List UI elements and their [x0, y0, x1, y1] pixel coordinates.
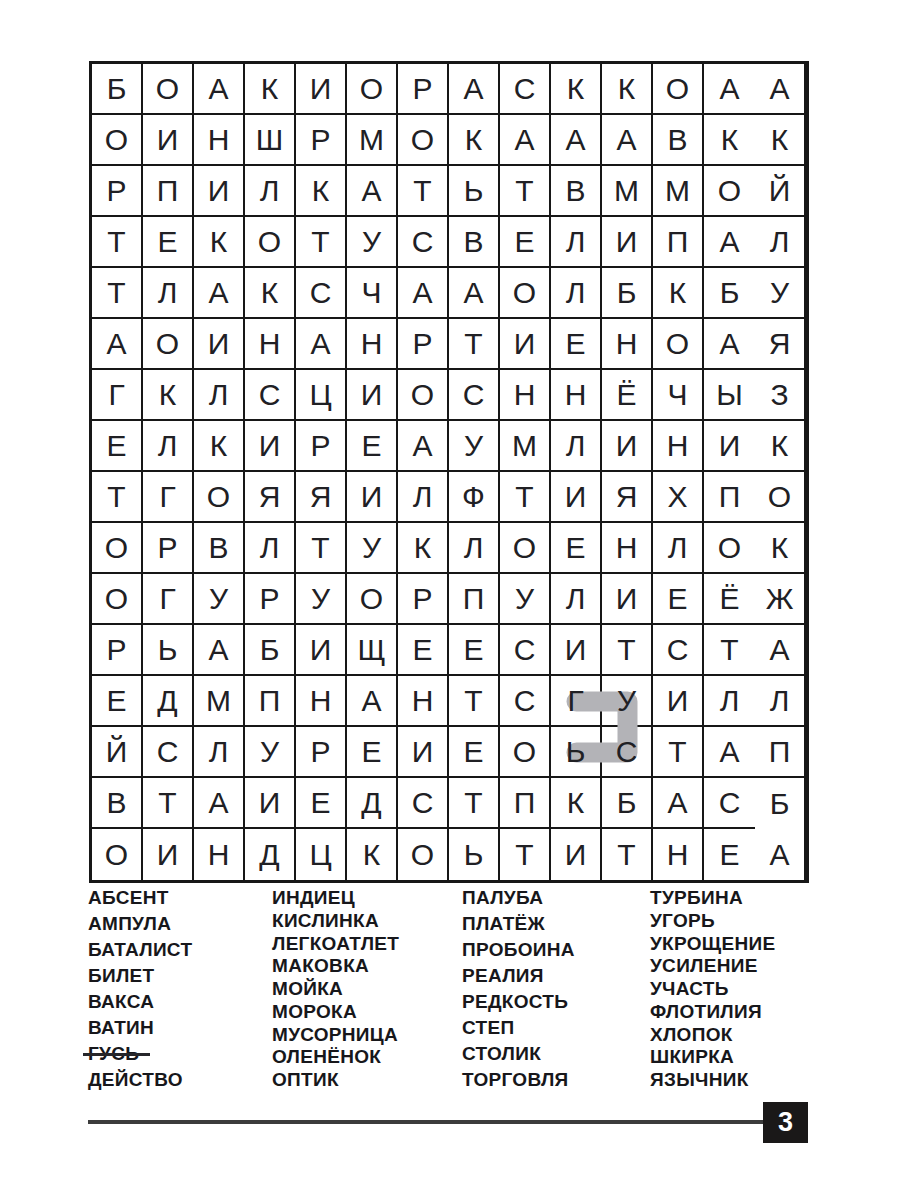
grid-cell-r6c8[interactable]: Т [449, 319, 500, 370]
grid-cell-r9c5[interactable]: Я [296, 472, 347, 523]
grid-cell-r13c5[interactable]: Н [296, 676, 347, 727]
word-item[interactable]: АБСЕНТ [88, 888, 169, 907]
grid-cell-r2c1[interactable]: О [92, 115, 143, 166]
grid-letter: Л [668, 533, 688, 563]
grid-cell-r5c4[interactable]: К [245, 268, 296, 319]
word-item[interactable]: АМПУЛА [88, 914, 171, 933]
grid-cell-r15c11[interactable]: Б [602, 778, 653, 829]
grid-cell-r9c4[interactable]: Я [245, 472, 296, 523]
grid-cell-r7c9[interactable]: Н [500, 370, 551, 421]
grid-cell-r6c9[interactable]: И [500, 319, 551, 370]
grid-cell-r15c5[interactable]: Е [296, 778, 347, 829]
grid-cell-r10c8[interactable]: Л [449, 523, 500, 574]
grid-letter: Ч [668, 380, 688, 410]
word-item[interactable]: ФЛОТИЛИЯ [650, 1002, 762, 1021]
grid-cell-r7c14[interactable]: З [755, 370, 806, 421]
word-item[interactable]: ТУРБИНА [650, 888, 743, 907]
grid-cell-r15c2[interactable]: Т [143, 778, 194, 829]
grid-cell-r5c7[interactable]: А [398, 268, 449, 319]
grid-cell-r14c13[interactable]: А [704, 727, 755, 778]
grid-cell-r11c11[interactable]: И [602, 574, 653, 625]
grid-cell-r12c8[interactable]: Е [449, 625, 500, 676]
grid-cell-r3c11[interactable]: М [602, 166, 653, 217]
grid-cell-r11c5[interactable]: У [296, 574, 347, 625]
grid-cell-r10c4[interactable]: Л [245, 523, 296, 574]
grid-cell-r13c8[interactable]: Т [449, 676, 500, 727]
grid-cell-r13c9[interactable]: С [500, 676, 551, 727]
grid-cell-r7c10[interactable]: Н [551, 370, 602, 421]
grid-cell-r10c1[interactable]: О [92, 523, 143, 574]
grid-cell-r15c7[interactable]: С [398, 778, 449, 829]
grid-cell-r16c7[interactable]: О [398, 829, 449, 880]
grid-letter: О [105, 584, 128, 614]
grid-cell-r3c12[interactable]: М [653, 166, 704, 217]
grid-cell-r1c2[interactable]: О [143, 64, 194, 115]
grid-cell-r1c9[interactable]: С [500, 64, 551, 115]
word-item[interactable]: МОРОКА [272, 1002, 357, 1021]
grid-letter: Т [107, 482, 125, 512]
grid-cell-r4c9[interactable]: Е [500, 217, 551, 268]
word-item[interactable]: УСИЛЕНИЕ [650, 956, 758, 975]
grid-cell-r4c6[interactable]: У [347, 217, 398, 268]
word-item[interactable]: КИСЛИНКА [272, 911, 379, 930]
grid-cell-r12c11[interactable]: Т [602, 625, 653, 676]
grid-letter: И [616, 584, 638, 614]
grid-cell-r13c2[interactable]: Д [143, 676, 194, 727]
grid-cell-r7c7[interactable]: О [398, 370, 449, 421]
grid-cell-r6c14[interactable]: Я [755, 319, 806, 370]
grid-cell-r9c2[interactable]: Г [143, 472, 194, 523]
grid-cell-r1c3[interactable]: А [194, 64, 245, 115]
grid-cell-r15c14[interactable]: Б [755, 778, 806, 829]
grid-cell-r16c8[interactable]: Ь [449, 829, 500, 880]
grid-cell-r11c12[interactable]: Е [653, 574, 704, 625]
grid-cell-r4c7[interactable]: С [398, 217, 449, 268]
grid-cell-r10c12[interactable]: Л [653, 523, 704, 574]
grid-letter: И [259, 431, 281, 461]
grid-cell-r2c4[interactable]: Ш [245, 115, 296, 166]
grid-letter: Б [617, 278, 637, 308]
grid-cell-r15c8[interactable]: Т [449, 778, 500, 829]
grid-cell-r14c4[interactable]: У [245, 727, 296, 778]
grid-cell-r12c9[interactable]: С [500, 625, 551, 676]
grid-cell-r13c6[interactable]: А [347, 676, 398, 727]
word-item[interactable]: ОЛЕНЁНОК [272, 1047, 381, 1066]
grid-cell-r5c14[interactable]: У [755, 268, 806, 319]
grid-cell-r1c10[interactable]: К [551, 64, 602, 115]
grid-cell-r7c13[interactable]: Ы [704, 370, 755, 421]
grid-letter: М [614, 176, 639, 206]
grid-cell-r13c3[interactable]: М [194, 676, 245, 727]
grid-cell-r15c9[interactable]: П [500, 778, 551, 829]
grid-cell-r8c7[interactable]: А [398, 421, 449, 472]
grid-cell-r16c12[interactable]: Н [653, 829, 704, 880]
grid-cell-r6c10[interactable]: Е [551, 319, 602, 370]
grid-letter: С [310, 278, 332, 308]
grid-cell-r14c8[interactable]: Е [449, 727, 500, 778]
grid-cell-r2c13[interactable]: К [704, 115, 755, 166]
grid-cell-r2c12[interactable]: В [653, 115, 704, 166]
grid-cell-r8c3[interactable]: К [194, 421, 245, 472]
grid-cell-r4c12[interactable]: П [653, 217, 704, 268]
grid-cell-r8c14[interactable]: К [755, 421, 806, 472]
grid-cell-r3c8[interactable]: Ь [449, 166, 500, 217]
word-item[interactable]: ВАКСА [88, 992, 154, 1011]
grid-cell-r6c5[interactable]: А [296, 319, 347, 370]
grid-cell-r6c11[interactable]: Н [602, 319, 653, 370]
grid-cell-r11c13[interactable]: Ё [704, 574, 755, 625]
grid-cell-r11c7[interactable]: Р [398, 574, 449, 625]
word-item[interactable]: ПАЛУБА [462, 888, 543, 907]
grid-cell-r11c8[interactable]: П [449, 574, 500, 625]
grid-cell-r13c11[interactable]: У [602, 676, 653, 727]
grid-cell-r11c9[interactable]: У [500, 574, 551, 625]
grid-letter: Н [259, 329, 281, 359]
grid-cell-r13c4[interactable]: П [245, 676, 296, 727]
grid-cell-r1c11[interactable]: К [602, 64, 653, 115]
grid-cell-r12c4[interactable]: Б [245, 625, 296, 676]
word-item[interactable]: ПРОБОИНА [462, 940, 575, 959]
grid-cell-r6c12[interactable]: О [653, 319, 704, 370]
grid-cell-r10c5[interactable]: Т [296, 523, 347, 574]
grid-cell-r3c10[interactable]: В [551, 166, 602, 217]
word-item[interactable]: ВАТИН [88, 1018, 154, 1037]
grid-cell-r1c4[interactable]: К [245, 64, 296, 115]
grid-letter: К [721, 125, 738, 155]
grid-cell-r7c2[interactable]: К [143, 370, 194, 421]
word-item[interactable]: ТОРГОВЛЯ [462, 1070, 569, 1089]
grid-letter: Р [106, 635, 126, 665]
grid-cell-r11c14[interactable]: Ж [755, 574, 806, 625]
grid-letter: И [616, 431, 638, 461]
grid-cell-r13c12[interactable]: И [653, 676, 704, 727]
grid-cell-r3c2[interactable]: П [143, 166, 194, 217]
grid-cell-r11c2[interactable]: Г [143, 574, 194, 625]
grid-cell-r8c11[interactable]: И [602, 421, 653, 472]
grid-cell-r10c11[interactable]: Н [602, 523, 653, 574]
grid-cell-r5c9[interactable]: О [500, 268, 551, 319]
grid-letter: И [565, 840, 587, 870]
grid-cell-r9c8[interactable]: Ф [449, 472, 500, 523]
word-item[interactable]: ИНДИЕЦ [272, 888, 355, 907]
grid-cell-r3c4[interactable]: Л [245, 166, 296, 217]
grid-letter: К [771, 125, 788, 155]
word-item-struck[interactable]: ГУСЬ [88, 1044, 139, 1063]
grid-cell-r15c13[interactable]: С [704, 778, 755, 829]
grid-cell-r14c9[interactable]: О [500, 727, 551, 778]
grid-letter: А [412, 431, 432, 461]
grid-cell-r16c2[interactable]: И [143, 829, 194, 880]
word-item[interactable]: ДЕЙСТВО [88, 1070, 183, 1089]
grid-cell-r7c6[interactable]: И [347, 370, 398, 421]
word-item[interactable]: ЯЗЫЧНИК [650, 1070, 749, 1089]
grid-cell-r3c1[interactable]: Р [92, 166, 143, 217]
grid-cell-r2c2[interactable]: И [143, 115, 194, 166]
grid-cell-r8c5[interactable]: Р [296, 421, 347, 472]
grid-cell-r3c3[interactable]: И [194, 166, 245, 217]
grid-cell-r8c4[interactable]: И [245, 421, 296, 472]
grid-cell-r5c5[interactable]: С [296, 268, 347, 319]
grid-letter: Т [464, 686, 482, 716]
grid-cell-r14c3[interactable]: Л [194, 727, 245, 778]
grid-cell-r3c6[interactable]: А [347, 166, 398, 217]
grid-cell-r7c3[interactable]: Л [194, 370, 245, 421]
grid-cell-r10c10[interactable]: Е [551, 523, 602, 574]
grid-letter: И [208, 176, 230, 206]
word-item[interactable]: ЛЕГКОАТЛЕТ [272, 934, 399, 953]
word-item[interactable]: МОЙКА [272, 979, 343, 998]
grid-cell-r9c6[interactable]: И [347, 472, 398, 523]
grid-cell-r9c11[interactable]: Я [602, 472, 653, 523]
word-item[interactable]: ХЛОПОК [650, 1025, 733, 1044]
grid-cell-r6c13[interactable]: А [704, 319, 755, 370]
grid-cell-r12c2[interactable]: Ь [143, 625, 194, 676]
grid-cell-r5c2[interactable]: Л [143, 268, 194, 319]
grid-cell-r14c6[interactable]: Е [347, 727, 398, 778]
grid-letter: Н [208, 840, 230, 870]
grid-cell-r7c8[interactable]: С [449, 370, 500, 421]
grid-cell-r5c10[interactable]: Л [551, 268, 602, 319]
word-item[interactable]: РЕДКОСТЬ [462, 992, 568, 1011]
grid-cell-r8c6[interactable]: Е [347, 421, 398, 472]
grid-cell-r4c1[interactable]: Т [92, 217, 143, 268]
grid-cell-r4c8[interactable]: В [449, 217, 500, 268]
grid-cell-r16c13[interactable]: Е [704, 829, 755, 880]
grid-cell-r5c1[interactable]: Т [92, 268, 143, 319]
grid-letter: Е [106, 686, 126, 716]
grid-cell-r9c9[interactable]: Т [500, 472, 551, 523]
grid-cell-r11c3[interactable]: У [194, 574, 245, 625]
word-item[interactable]: СТОЛИК [462, 1044, 541, 1063]
grid-cell-r10c9[interactable]: О [500, 523, 551, 574]
grid-letter: Е [157, 227, 177, 257]
grid-letter: И [412, 737, 434, 767]
grid-cell-r6c6[interactable]: Н [347, 319, 398, 370]
grid-cell-r3c13[interactable]: О [704, 166, 755, 217]
grid-cell-r13c14[interactable]: Л [755, 676, 806, 727]
grid-cell-r16c11[interactable]: Т [602, 829, 653, 880]
grid-cell-r13c7[interactable]: Н [398, 676, 449, 727]
grid-letter: В [565, 176, 585, 206]
grid-cell-r1c6[interactable]: О [347, 64, 398, 115]
grid-cell-r6c4[interactable]: Н [245, 319, 296, 370]
grid-cell-r5c3[interactable]: А [194, 268, 245, 319]
grid-cell-r15c12[interactable]: А [653, 778, 704, 829]
grid-letter: Л [158, 278, 178, 308]
word-item[interactable]: БАТАЛИСТ [88, 940, 192, 959]
grid-cell-r9c13[interactable]: П [704, 472, 755, 523]
grid-cell-r8c13[interactable]: И [704, 421, 755, 472]
grid-cell-r2c6[interactable]: М [347, 115, 398, 166]
grid-cell-r6c3[interactable]: И [194, 319, 245, 370]
grid-cell-r13c10[interactable]: Г [551, 676, 602, 727]
grid-cell-r13c13[interactable]: Л [704, 676, 755, 727]
grid-cell-r3c14[interactable]: Й [755, 166, 806, 217]
grid-cell-r8c12[interactable]: Н [653, 421, 704, 472]
grid-cell-r12c6[interactable]: Щ [347, 625, 398, 676]
grid-cell-r5c12[interactable]: К [653, 268, 704, 319]
grid-cell-r6c1[interactable]: А [92, 319, 143, 370]
grid-cell-r16c9[interactable]: Т [500, 829, 551, 880]
word-item[interactable]: МАКОВКА [272, 956, 369, 975]
grid-cell-r4c3[interactable]: К [194, 217, 245, 268]
grid-cell-r14c5[interactable]: Р [296, 727, 347, 778]
grid-cell-r14c11[interactable]: С [602, 727, 653, 778]
word-item[interactable]: БИЛЕТ [88, 966, 154, 985]
grid-cell-r10c13[interactable]: О [704, 523, 755, 574]
grid-cell-r9c1[interactable]: Т [92, 472, 143, 523]
grid-cell-r8c9[interactable]: М [500, 421, 551, 472]
word-item[interactable]: УГОРЬ [650, 911, 715, 930]
grid-letter: Н [361, 329, 383, 359]
grid-cell-r4c14[interactable]: Л [755, 217, 806, 268]
grid-cell-r7c5[interactable]: Ц [296, 370, 347, 421]
grid-cell-r2c3[interactable]: Н [194, 115, 245, 166]
grid-letter: Р [412, 74, 432, 104]
word-item[interactable]: ПЛАТЁЖ [462, 914, 545, 933]
grid-cell-r9c14[interactable]: О [755, 472, 806, 523]
grid-letter: К [261, 278, 278, 308]
grid-cell-r8c10[interactable]: Л [551, 421, 602, 472]
grid-cell-r3c7[interactable]: Т [398, 166, 449, 217]
grid-cell-r13c1[interactable]: Е [92, 676, 143, 727]
word-item[interactable]: РЕАЛИЯ [462, 966, 544, 985]
grid-cell-r11c4[interactable]: Р [245, 574, 296, 625]
grid-cell-r10c6[interactable]: У [347, 523, 398, 574]
grid-letter: М [206, 686, 231, 716]
grid-cell-r7c12[interactable]: Ч [653, 370, 704, 421]
grid-cell-r2c8[interactable]: К [449, 115, 500, 166]
grid-cell-r15c6[interactable]: Д [347, 778, 398, 829]
grid-cell-r12c13[interactable]: Т [704, 625, 755, 676]
grid-cell-r10c3[interactable]: В [194, 523, 245, 574]
word-item[interactable]: ШКИРКА [650, 1047, 734, 1066]
grid-letter: П [157, 176, 179, 206]
grid-cell-r15c10[interactable]: К [551, 778, 602, 829]
grid-letter: И [157, 840, 179, 870]
grid-cell-r14c12[interactable]: Т [653, 727, 704, 778]
grid-letter: О [718, 533, 741, 563]
grid-cell-r12c1[interactable]: Р [92, 625, 143, 676]
grid-letter: Т [311, 227, 329, 257]
grid-cell-r1c12[interactable]: О [653, 64, 704, 115]
grid-cell-r9c7[interactable]: Л [398, 472, 449, 523]
grid-cell-r16c1[interactable]: О [92, 829, 143, 880]
grid-letter: О [105, 533, 128, 563]
word-list-column-4: ТУРБИНАУГОРЬУКРОЩЕНИЕУСИЛЕНИЕУЧАСТЬФЛОТИ… [650, 888, 775, 1089]
grid-cell-r16c6[interactable]: К [347, 829, 398, 880]
grid-cell-r4c13[interactable]: А [704, 217, 755, 268]
grid-cell-r1c13[interactable]: А [704, 64, 755, 115]
grid-cell-r4c10[interactable]: Л [551, 217, 602, 268]
grid-cell-r2c9[interactable]: А [500, 115, 551, 166]
grid-cell-r8c2[interactable]: Л [143, 421, 194, 472]
word-item[interactable]: УЧАСТЬ [650, 979, 729, 998]
grid-letter: Л [260, 176, 280, 206]
word-item[interactable]: ОПТИК [272, 1070, 339, 1089]
grid-cell-r4c4[interactable]: О [245, 217, 296, 268]
grid-cell-r12c10[interactable]: И [551, 625, 602, 676]
grid-letter: К [771, 431, 788, 461]
grid-cell-r11c6[interactable]: О [347, 574, 398, 625]
grid-cell-r12c14[interactable]: А [755, 625, 806, 676]
grid-cell-r16c3[interactable]: Н [194, 829, 245, 880]
grid-cell-r1c1[interactable]: Б [92, 64, 143, 115]
grid-cell-r2c10[interactable]: А [551, 115, 602, 166]
grid-cell-r12c3[interactable]: А [194, 625, 245, 676]
grid-cell-r11c1[interactable]: О [92, 574, 143, 625]
grid-cell-r5c6[interactable]: Ч [347, 268, 398, 319]
grid-cell-r15c4[interactable]: И [245, 778, 296, 829]
grid-cell-r1c5[interactable]: И [296, 64, 347, 115]
grid-cell-r2c14[interactable]: К [755, 115, 806, 166]
grid-cell-r6c7[interactable]: Р [398, 319, 449, 370]
grid-cell-r5c8[interactable]: А [449, 268, 500, 319]
grid-cell-r2c11[interactable]: А [602, 115, 653, 166]
grid-cell-r14c1[interactable]: Й [92, 727, 143, 778]
grid-cell-r9c10[interactable]: И [551, 472, 602, 523]
grid-cell-r12c12[interactable]: С [653, 625, 704, 676]
grid-cell-r14c14[interactable]: П [755, 727, 806, 778]
grid-cell-r12c7[interactable]: Е [398, 625, 449, 676]
grid-cell-r7c4[interactable]: С [245, 370, 296, 421]
grid-cell-r1c8[interactable]: А [449, 64, 500, 115]
grid-cell-r3c5[interactable]: К [296, 166, 347, 217]
grid-cell-r5c11[interactable]: Б [602, 268, 653, 319]
grid-cell-r16c10[interactable]: И [551, 829, 602, 880]
word-item[interactable]: МУСОРНИЦА [272, 1025, 398, 1044]
grid-cell-r10c14[interactable]: К [755, 523, 806, 574]
grid-cell-r4c11[interactable]: И [602, 217, 653, 268]
grid-cell-r16c4[interactable]: Д [245, 829, 296, 880]
grid-cell-r8c8[interactable]: У [449, 421, 500, 472]
grid-cell-r15c3[interactable]: А [194, 778, 245, 829]
grid-cell-r14c2[interactable]: С [143, 727, 194, 778]
grid-cell-r4c2[interactable]: Е [143, 217, 194, 268]
grid-cell-r10c7[interactable]: К [398, 523, 449, 574]
grid-letter: О [768, 482, 791, 512]
grid-cell-r16c14[interactable]: А [755, 829, 806, 880]
grid-cell-r5c13[interactable]: Б [704, 268, 755, 319]
word-item[interactable]: СТЕП [462, 1018, 514, 1037]
grid-letter: Н [667, 431, 689, 461]
grid-cell-r3c9[interactable]: Т [500, 166, 551, 217]
word-item[interactable]: УКРОЩЕНИЕ [650, 934, 775, 953]
grid-cell-r8c1[interactable]: Е [92, 421, 143, 472]
grid-letter: А [463, 74, 483, 104]
grid-cell-r1c7[interactable]: Р [398, 64, 449, 115]
grid-cell-r14c7[interactable]: И [398, 727, 449, 778]
grid-cell-r7c11[interactable]: Ё [602, 370, 653, 421]
grid-cell-r1c14[interactable]: А [755, 64, 806, 115]
grid-cell-r4c5[interactable]: Т [296, 217, 347, 268]
grid-cell-r16c5[interactable]: Ц [296, 829, 347, 880]
grid-letter: М [359, 125, 384, 155]
grid-cell-r15c1[interactable]: В [92, 778, 143, 829]
grid-cell-r9c12[interactable]: Х [653, 472, 704, 523]
grid-cell-r7c1[interactable]: Г [92, 370, 143, 421]
grid-cell-r12c5[interactable]: И [296, 625, 347, 676]
grid-cell-r2c5[interactable]: Р [296, 115, 347, 166]
grid-cell-r11c10[interactable]: Л [551, 574, 602, 625]
grid-letter: К [210, 227, 227, 257]
grid-cell-r6c2[interactable]: О [143, 319, 194, 370]
grid-cell-r14c10[interactable]: Ь [551, 727, 602, 778]
grid-cell-r10c2[interactable]: Р [143, 523, 194, 574]
grid-cell-r2c7[interactable]: О [398, 115, 449, 166]
grid-letter: Н [565, 380, 587, 410]
grid-cell-r9c3[interactable]: О [194, 472, 245, 523]
